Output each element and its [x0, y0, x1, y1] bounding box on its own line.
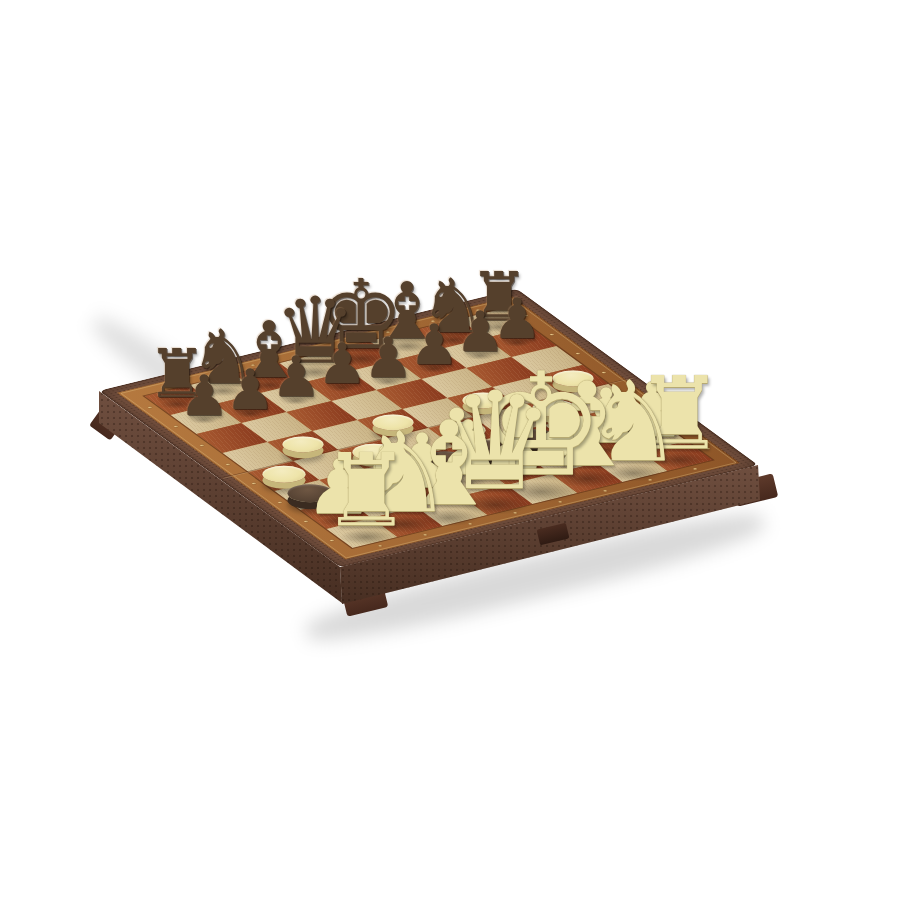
chess-board: [99, 289, 759, 568]
product-photo-scene: ♜♞♝♛♚♝♞♜♟♟♟♟♟♟♟♟♟♟♟♟♟♟♟♟♜♞♝♛♚♝♞♜: [0, 0, 903, 903]
